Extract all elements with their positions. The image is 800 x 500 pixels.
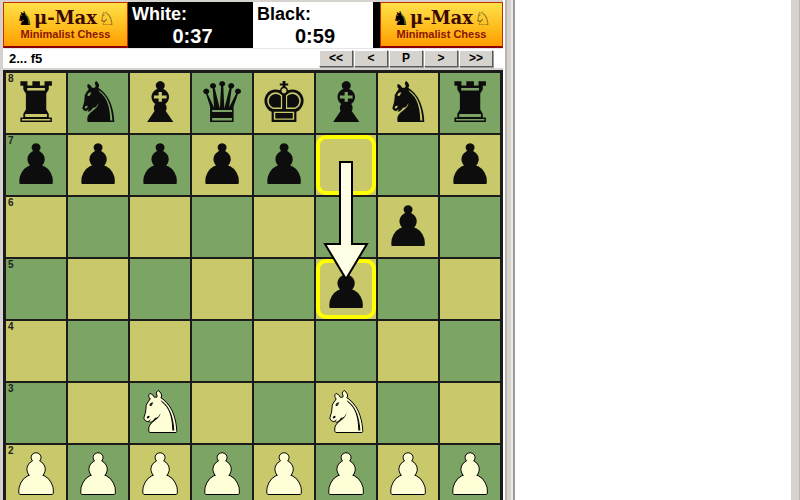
square-f2[interactable]: ♟	[315, 444, 377, 500]
piece-black-pawn: ♟	[315, 258, 377, 320]
square-f8[interactable]: ♝	[315, 72, 377, 134]
logo-left: ♞ μ-Max ♘ Minimalist Chess	[3, 2, 128, 48]
square-a3[interactable]: 3	[5, 382, 67, 444]
rank-label-5: 5	[8, 260, 14, 270]
square-b8[interactable]: ♞	[67, 72, 129, 134]
piece-white-knight: ♞	[315, 382, 377, 444]
piece-black-bishop: ♝	[129, 72, 191, 134]
piece-black-pawn: ♟	[439, 134, 501, 196]
square-c2[interactable]: ♟	[129, 444, 191, 500]
square-d4[interactable]	[191, 320, 253, 382]
logo-right: ♞ μ-Max ♘ Minimalist Chess	[380, 2, 503, 48]
logo-title: μ-Max	[410, 9, 473, 27]
square-h4[interactable]	[439, 320, 501, 382]
highlight-from-square	[316, 135, 376, 195]
square-f4[interactable]	[315, 320, 377, 382]
square-f5[interactable]: ♟	[315, 258, 377, 320]
board-area: 8♜♞♝♛♚♝♞♜7♟♟♟♟♟♟6♟5♟43♞♞2♟♟♟♟♟♟♟♟♜♝♛♚♝♜	[3, 70, 503, 500]
piece-black-rook: ♜	[439, 72, 501, 134]
square-d2[interactable]: ♟	[191, 444, 253, 500]
square-e8[interactable]: ♚	[253, 72, 315, 134]
square-a5[interactable]: 5	[5, 258, 67, 320]
black-clock-time: 0:59	[257, 25, 373, 47]
white-clock-label: White:	[132, 4, 253, 25]
square-b3[interactable]	[67, 382, 129, 444]
square-e7[interactable]: ♟	[253, 134, 315, 196]
square-e4[interactable]	[253, 320, 315, 382]
piece-white-knight: ♞	[129, 382, 191, 444]
nav-forward-button[interactable]: >	[424, 50, 458, 67]
square-d5[interactable]	[191, 258, 253, 320]
window-divider	[503, 0, 515, 500]
square-h8[interactable]: ♜	[439, 72, 501, 134]
piece-black-pawn: ♟	[5, 134, 67, 196]
square-c4[interactable]	[129, 320, 191, 382]
square-a6[interactable]: 6	[5, 196, 67, 258]
square-c8[interactable]: ♝	[129, 72, 191, 134]
square-d6[interactable]	[191, 196, 253, 258]
square-c5[interactable]	[129, 258, 191, 320]
square-g8[interactable]: ♞	[377, 72, 439, 134]
piece-black-pawn: ♟	[253, 134, 315, 196]
screen: ♞ μ-Max ♘ Minimalist Chess White: 0:37 B…	[0, 0, 800, 500]
piece-white-pawn: ♟	[315, 444, 377, 500]
rank-label-4: 4	[8, 322, 14, 332]
white-knight-icon: ♘	[98, 9, 115, 28]
banner-separator	[373, 2, 380, 48]
square-d7[interactable]: ♟	[191, 134, 253, 196]
piece-white-pawn: ♟	[191, 444, 253, 500]
square-a8[interactable]: 8♜	[5, 72, 67, 134]
square-c3[interactable]: ♞	[129, 382, 191, 444]
piece-black-pawn: ♟	[191, 134, 253, 196]
piece-black-knight: ♞	[377, 72, 439, 134]
piece-white-pawn: ♟	[5, 444, 67, 500]
square-d3[interactable]	[191, 382, 253, 444]
square-g7[interactable]	[377, 134, 439, 196]
square-g5[interactable]	[377, 258, 439, 320]
square-c6[interactable]	[129, 196, 191, 258]
rank-label-8: 8	[8, 74, 14, 84]
white-clock: White: 0:37	[128, 2, 253, 48]
last-move-text: 2... f5	[3, 51, 319, 66]
chess-board: 8♜♞♝♛♚♝♞♜7♟♟♟♟♟♟6♟5♟43♞♞2♟♟♟♟♟♟♟♟♜♝♛♚♝♜	[3, 70, 503, 500]
piece-white-pawn: ♟	[377, 444, 439, 500]
right-scrollbar-track[interactable]	[790, 0, 800, 500]
chess-app-window: ♞ μ-Max ♘ Minimalist Chess White: 0:37 B…	[0, 0, 503, 500]
piece-black-rook: ♜	[5, 72, 67, 134]
square-c7[interactable]: ♟	[129, 134, 191, 196]
square-e2[interactable]: ♟	[253, 444, 315, 500]
highlight-to-square	[316, 259, 376, 319]
square-b5[interactable]	[67, 258, 129, 320]
square-g3[interactable]	[377, 382, 439, 444]
square-f7[interactable]	[315, 134, 377, 196]
logo-subtitle: Minimalist Chess	[4, 28, 127, 40]
rank-label-3: 3	[8, 384, 14, 394]
piece-white-pawn: ♟	[253, 444, 315, 500]
square-h6[interactable]	[439, 196, 501, 258]
nav-play-button[interactable]: P	[389, 50, 423, 67]
square-h7[interactable]: ♟	[439, 134, 501, 196]
black-knight-icon: ♞	[392, 9, 409, 28]
square-g6[interactable]: ♟	[377, 196, 439, 258]
square-h5[interactable]	[439, 258, 501, 320]
square-e3[interactable]	[253, 382, 315, 444]
nav-last-button[interactable]: >>	[459, 50, 493, 67]
piece-black-pawn: ♟	[129, 134, 191, 196]
piece-white-pawn: ♟	[439, 444, 501, 500]
nav-back-button[interactable]: <	[354, 50, 388, 67]
nav-first-button[interactable]: <<	[319, 50, 353, 67]
page-background	[515, 0, 790, 500]
white-knight-icon: ♘	[474, 9, 491, 28]
rank-label-2: 2	[8, 446, 14, 456]
square-g4[interactable]	[377, 320, 439, 382]
square-b7[interactable]: ♟	[67, 134, 129, 196]
square-b6[interactable]	[67, 196, 129, 258]
square-b2[interactable]: ♟	[67, 444, 129, 500]
rank-label-7: 7	[8, 136, 14, 146]
logo-title: μ-Max	[34, 9, 97, 27]
black-clock: Black: 0:59	[253, 2, 373, 48]
top-banner: ♞ μ-Max ♘ Minimalist Chess White: 0:37 B…	[3, 2, 503, 48]
piece-black-knight: ♞	[67, 72, 129, 134]
square-d8[interactable]: ♛	[191, 72, 253, 134]
black-knight-icon: ♞	[16, 9, 33, 28]
square-e5[interactable]	[253, 258, 315, 320]
rank-label-6: 6	[8, 198, 14, 208]
piece-white-pawn: ♟	[129, 444, 191, 500]
square-a2[interactable]: 2♟	[5, 444, 67, 500]
piece-black-bishop: ♝	[315, 72, 377, 134]
piece-black-pawn: ♟	[67, 134, 129, 196]
square-b4[interactable]	[67, 320, 129, 382]
square-f6[interactable]	[315, 196, 377, 258]
piece-black-pawn: ♟	[377, 196, 439, 258]
square-a7[interactable]: 7♟	[5, 134, 67, 196]
piece-black-queen: ♛	[191, 72, 253, 134]
black-clock-label: Black:	[257, 4, 373, 25]
square-h2[interactable]: ♟	[439, 444, 501, 500]
move-bar: 2... f5 << < P > >>	[3, 48, 503, 68]
nav-buttons: << < P > >>	[319, 50, 503, 67]
square-g2[interactable]: ♟	[377, 444, 439, 500]
logo-subtitle: Minimalist Chess	[381, 28, 502, 40]
piece-black-king: ♚	[253, 72, 315, 134]
square-h3[interactable]	[439, 382, 501, 444]
square-f3[interactable]: ♞	[315, 382, 377, 444]
white-clock-time: 0:37	[132, 25, 253, 47]
square-a4[interactable]: 4	[5, 320, 67, 382]
piece-white-pawn: ♟	[67, 444, 129, 500]
square-e6[interactable]	[253, 196, 315, 258]
